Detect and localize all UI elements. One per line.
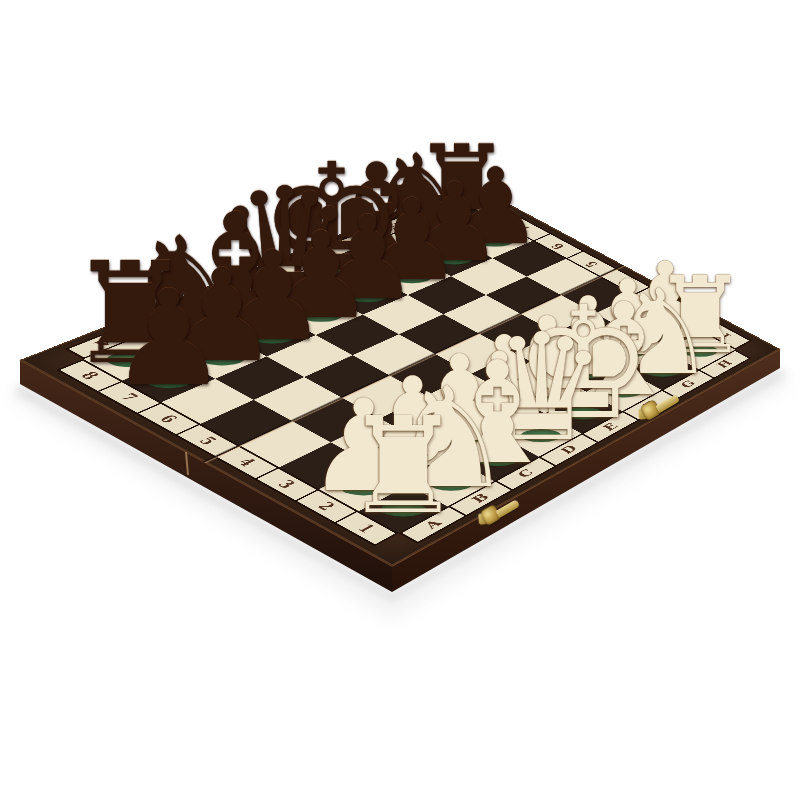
- clasp-hook-icon: [495, 499, 520, 518]
- product-stage: ABCDEFGH ABCDEFGH 87654321 87654321 ♜♞♝♛…: [0, 0, 800, 800]
- clasp-hook-icon: [655, 394, 680, 413]
